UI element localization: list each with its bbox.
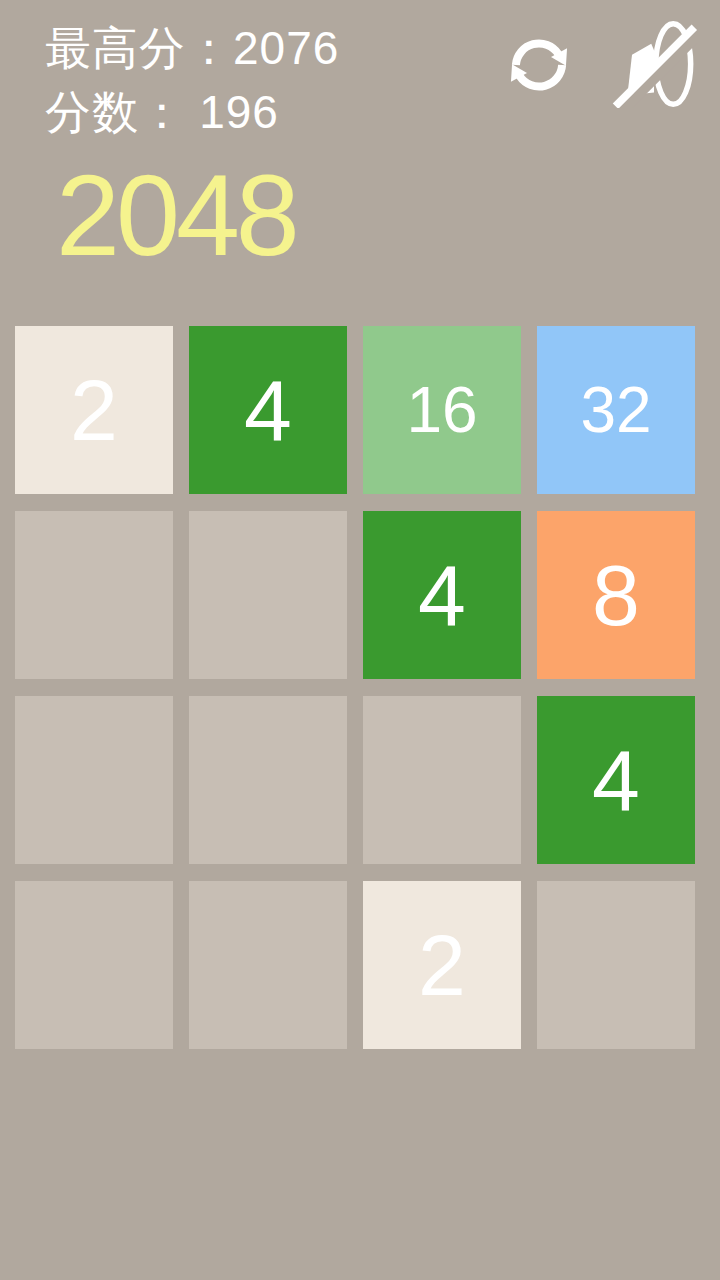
tile-8: 8 (537, 511, 695, 679)
empty-cell (15, 511, 173, 679)
refresh-icon (502, 24, 576, 106)
empty-cell (189, 881, 347, 1049)
empty-cell (189, 696, 347, 864)
empty-cell (189, 511, 347, 679)
speaker-muted-icon (610, 20, 698, 108)
empty-cell (537, 881, 695, 1049)
best-score-value: 2076 (233, 16, 339, 80)
current-score-row: 分数：196 (45, 80, 339, 144)
game-board[interactable]: 2416324842 (15, 326, 695, 1049)
tile-4: 4 (189, 326, 347, 494)
empty-cell (15, 696, 173, 864)
score-block: 最高分：2076 分数：196 (45, 16, 339, 144)
tile-2: 2 (15, 326, 173, 494)
tile-4: 4 (363, 511, 521, 679)
best-score-label: 最高分： (45, 16, 233, 80)
mute-button[interactable] (610, 20, 698, 108)
restart-button[interactable] (502, 24, 576, 106)
current-score-value: 196 (186, 80, 292, 144)
tile-2: 2 (363, 881, 521, 1049)
tile-32: 32 (537, 326, 695, 494)
best-score-row: 最高分：2076 (45, 16, 339, 80)
game-title: 2048 (56, 158, 296, 273)
tile-16: 16 (363, 326, 521, 494)
current-score-label: 分数： (45, 80, 186, 144)
empty-cell (363, 696, 521, 864)
tile-4: 4 (537, 696, 695, 864)
empty-cell (15, 881, 173, 1049)
